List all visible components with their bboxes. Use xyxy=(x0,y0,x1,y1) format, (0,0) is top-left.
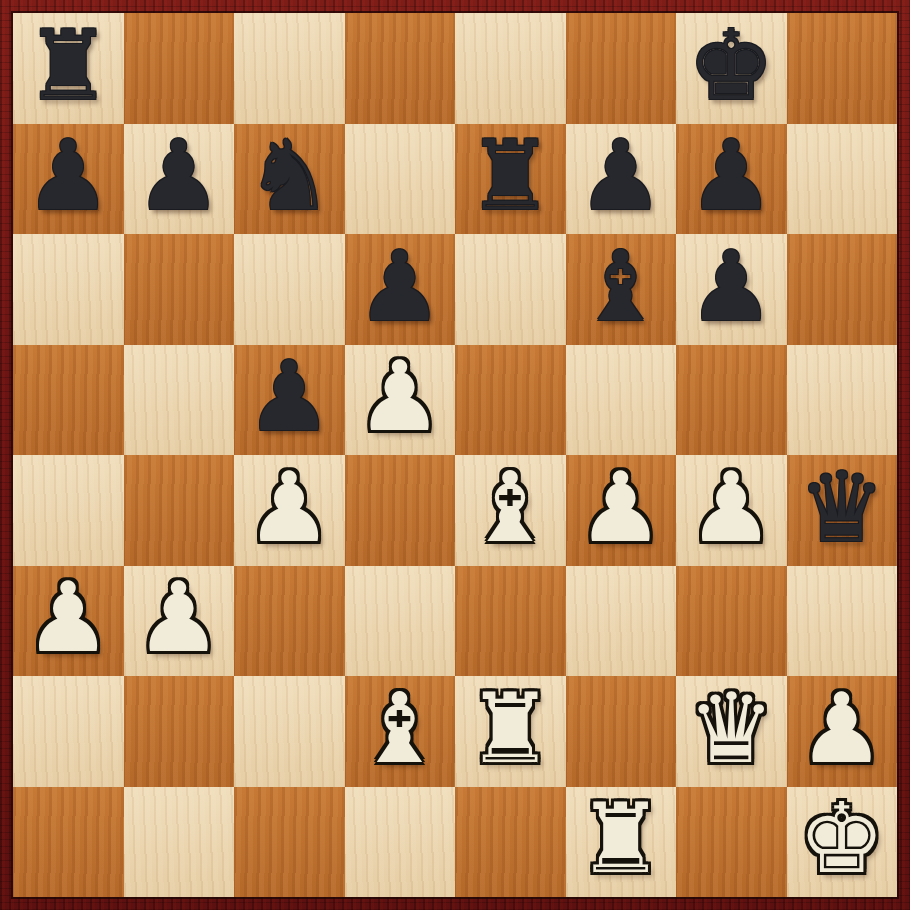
piece-white-pawn[interactable]: ♟ xyxy=(135,569,222,666)
piece-black-king[interactable]: ♚ xyxy=(688,17,775,114)
square-f8[interactable] xyxy=(566,13,677,124)
square-e7[interactable]: ♜ xyxy=(455,124,566,235)
square-d7[interactable] xyxy=(345,124,456,235)
square-c5[interactable]: ♟ xyxy=(234,345,345,456)
piece-white-pawn[interactable]: ♟ xyxy=(356,348,443,445)
piece-black-pawn[interactable]: ♟ xyxy=(577,127,664,224)
piece-black-queen[interactable]: ♛ xyxy=(798,459,885,556)
square-g2[interactable]: ♛ xyxy=(676,676,787,787)
square-f4[interactable]: ♟ xyxy=(566,455,677,566)
piece-white-bishop[interactable]: ♝ xyxy=(467,459,554,556)
square-d5[interactable]: ♟ xyxy=(345,345,456,456)
square-h2[interactable]: ♟ xyxy=(787,676,898,787)
square-c3[interactable] xyxy=(234,566,345,677)
square-a1[interactable] xyxy=(13,787,124,898)
piece-black-pawn[interactable]: ♟ xyxy=(688,238,775,335)
square-g5[interactable] xyxy=(676,345,787,456)
piece-white-pawn[interactable]: ♟ xyxy=(246,459,333,556)
square-c6[interactable] xyxy=(234,234,345,345)
square-h4[interactable]: ♛ xyxy=(787,455,898,566)
square-e5[interactable] xyxy=(455,345,566,456)
square-c7[interactable]: ♞ xyxy=(234,124,345,235)
square-h5[interactable] xyxy=(787,345,898,456)
square-a3[interactable]: ♟ xyxy=(13,566,124,677)
square-e4[interactable]: ♝ xyxy=(455,455,566,566)
square-d3[interactable] xyxy=(345,566,456,677)
square-b7[interactable]: ♟ xyxy=(124,124,235,235)
piece-white-pawn[interactable]: ♟ xyxy=(577,459,664,556)
square-g6[interactable]: ♟ xyxy=(676,234,787,345)
piece-white-rook[interactable]: ♜ xyxy=(467,680,554,777)
square-b2[interactable] xyxy=(124,676,235,787)
square-b4[interactable] xyxy=(124,455,235,566)
square-h1[interactable]: ♚ xyxy=(787,787,898,898)
piece-white-pawn[interactable]: ♟ xyxy=(798,680,885,777)
square-h6[interactable] xyxy=(787,234,898,345)
square-e8[interactable] xyxy=(455,13,566,124)
square-f6[interactable]: ♝ xyxy=(566,234,677,345)
square-a8[interactable]: ♜ xyxy=(13,13,124,124)
square-c8[interactable] xyxy=(234,13,345,124)
square-e1[interactable] xyxy=(455,787,566,898)
piece-black-knight[interactable]: ♞ xyxy=(246,127,333,224)
square-e2[interactable]: ♜ xyxy=(455,676,566,787)
board-frame: ♜♚♟♟♞♜♟♟♟♝♟♟♟♟♝♟♟♛♟♟♝♜♛♟♜♚ xyxy=(0,0,910,910)
square-d1[interactable] xyxy=(345,787,456,898)
piece-black-pawn[interactable]: ♟ xyxy=(25,127,112,224)
square-a4[interactable] xyxy=(13,455,124,566)
piece-black-pawn[interactable]: ♟ xyxy=(688,127,775,224)
square-a6[interactable] xyxy=(13,234,124,345)
square-b1[interactable] xyxy=(124,787,235,898)
square-d4[interactable] xyxy=(345,455,456,566)
square-f1[interactable]: ♜ xyxy=(566,787,677,898)
piece-black-rook[interactable]: ♜ xyxy=(467,127,554,224)
square-f2[interactable] xyxy=(566,676,677,787)
square-b3[interactable]: ♟ xyxy=(124,566,235,677)
piece-black-bishop[interactable]: ♝ xyxy=(577,238,664,335)
square-f3[interactable] xyxy=(566,566,677,677)
piece-black-pawn[interactable]: ♟ xyxy=(356,238,443,335)
square-b5[interactable] xyxy=(124,345,235,456)
piece-white-pawn[interactable]: ♟ xyxy=(25,569,112,666)
square-c4[interactable]: ♟ xyxy=(234,455,345,566)
piece-white-queen[interactable]: ♛ xyxy=(688,680,775,777)
square-g8[interactable]: ♚ xyxy=(676,13,787,124)
square-g3[interactable] xyxy=(676,566,787,677)
piece-black-pawn[interactable]: ♟ xyxy=(246,348,333,445)
square-f7[interactable]: ♟ xyxy=(566,124,677,235)
square-e3[interactable] xyxy=(455,566,566,677)
square-a7[interactable]: ♟ xyxy=(13,124,124,235)
square-c1[interactable] xyxy=(234,787,345,898)
square-f5[interactable] xyxy=(566,345,677,456)
square-g7[interactable]: ♟ xyxy=(676,124,787,235)
square-b6[interactable] xyxy=(124,234,235,345)
piece-white-bishop[interactable]: ♝ xyxy=(356,680,443,777)
chess-board: ♜♚♟♟♞♜♟♟♟♝♟♟♟♟♝♟♟♛♟♟♝♜♛♟♜♚ xyxy=(13,13,897,897)
piece-black-rook[interactable]: ♜ xyxy=(25,17,112,114)
square-d6[interactable]: ♟ xyxy=(345,234,456,345)
square-h7[interactable] xyxy=(787,124,898,235)
square-d8[interactable] xyxy=(345,13,456,124)
square-d2[interactable]: ♝ xyxy=(345,676,456,787)
square-h8[interactable] xyxy=(787,13,898,124)
square-h3[interactable] xyxy=(787,566,898,677)
piece-white-rook[interactable]: ♜ xyxy=(577,790,664,887)
square-a5[interactable] xyxy=(13,345,124,456)
square-e6[interactable] xyxy=(455,234,566,345)
square-b8[interactable] xyxy=(124,13,235,124)
square-g1[interactable] xyxy=(676,787,787,898)
piece-white-king[interactable]: ♚ xyxy=(798,790,885,887)
square-g4[interactable]: ♟ xyxy=(676,455,787,566)
square-a2[interactable] xyxy=(13,676,124,787)
piece-white-pawn[interactable]: ♟ xyxy=(688,459,775,556)
piece-black-pawn[interactable]: ♟ xyxy=(135,127,222,224)
square-c2[interactable] xyxy=(234,676,345,787)
